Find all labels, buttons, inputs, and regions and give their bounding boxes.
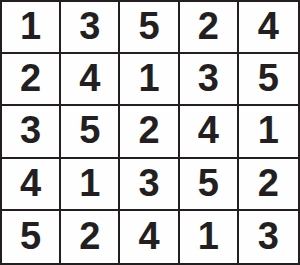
cell-r4c1[interactable]: 4: [2, 159, 61, 211]
cell-r4c4[interactable]: 5: [180, 159, 239, 211]
cell-r3c2[interactable]: 5: [61, 106, 120, 158]
cell-r2c1[interactable]: 2: [2, 54, 61, 106]
cell-r4c5[interactable]: 2: [239, 159, 298, 211]
cell-r5c5[interactable]: 3: [239, 211, 298, 263]
cell-r1c3[interactable]: 5: [120, 2, 179, 54]
cell-r2c3[interactable]: 1: [120, 54, 179, 106]
cell-r5c3[interactable]: 4: [120, 211, 179, 263]
cell-r5c4[interactable]: 1: [180, 211, 239, 263]
cell-r1c2[interactable]: 3: [61, 2, 120, 54]
cell-r1c4[interactable]: 2: [180, 2, 239, 54]
cell-r3c3[interactable]: 2: [120, 106, 179, 158]
cell-r1c5[interactable]: 4: [239, 2, 298, 54]
latin-square-board: 1 3 5 2 4 2 4 1 3 5 3 5 2 4 1 4 1 3 5 2 …: [0, 0, 300, 265]
cell-r3c4[interactable]: 4: [180, 106, 239, 158]
cell-r2c4[interactable]: 3: [180, 54, 239, 106]
cell-r3c1[interactable]: 3: [2, 106, 61, 158]
cell-r3c5[interactable]: 1: [239, 106, 298, 158]
cell-r2c2[interactable]: 4: [61, 54, 120, 106]
cell-r1c1[interactable]: 1: [2, 2, 61, 54]
cell-r5c1[interactable]: 5: [2, 211, 61, 263]
cell-r4c3[interactable]: 3: [120, 159, 179, 211]
cell-r5c2[interactable]: 2: [61, 211, 120, 263]
cell-r4c2[interactable]: 1: [61, 159, 120, 211]
cell-r2c5[interactable]: 5: [239, 54, 298, 106]
